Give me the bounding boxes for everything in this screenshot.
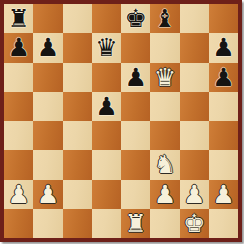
square-g2[interactable]: ♟: [180, 180, 209, 209]
square-h3[interactable]: [209, 150, 238, 179]
square-h5[interactable]: [209, 92, 238, 121]
white-pawn-piece[interactable]: ♟: [154, 180, 176, 209]
square-d5[interactable]: ♟: [92, 92, 121, 121]
square-c8[interactable]: [63, 4, 92, 33]
square-c5[interactable]: [63, 92, 92, 121]
square-a4[interactable]: [4, 121, 33, 150]
square-g5[interactable]: [180, 92, 209, 121]
black-pawn-piece[interactable]: ♟: [124, 63, 146, 92]
square-e8[interactable]: ♚: [121, 4, 150, 33]
square-b2[interactable]: ♟: [33, 180, 62, 209]
square-d7[interactable]: ♛: [92, 33, 121, 62]
square-h6[interactable]: ♟: [209, 63, 238, 92]
square-c4[interactable]: [63, 121, 92, 150]
square-g8[interactable]: [180, 4, 209, 33]
square-e5[interactable]: [121, 92, 150, 121]
square-a3[interactable]: [4, 150, 33, 179]
square-e3[interactable]: [121, 150, 150, 179]
square-a1[interactable]: [4, 209, 33, 238]
square-b6[interactable]: [33, 63, 62, 92]
square-f6[interactable]: ♛: [150, 63, 179, 92]
square-d3[interactable]: [92, 150, 121, 179]
square-f7[interactable]: [150, 33, 179, 62]
square-f8[interactable]: ♝: [150, 4, 179, 33]
white-king-piece[interactable]: ♚: [183, 209, 205, 238]
square-a8[interactable]: ♜: [4, 4, 33, 33]
white-knight-piece[interactable]: ♞: [154, 150, 176, 179]
white-pawn-piece[interactable]: ♟: [212, 180, 234, 209]
black-pawn-piece[interactable]: ♟: [95, 92, 117, 121]
square-e2[interactable]: [121, 180, 150, 209]
square-h8[interactable]: [209, 4, 238, 33]
square-e1[interactable]: ♜: [121, 209, 150, 238]
board-grid: ♜♚♝♟♟♛♟♟♛♟♟♞♟♟♟♟♟♜♚: [4, 4, 238, 238]
square-c3[interactable]: [63, 150, 92, 179]
square-e4[interactable]: [121, 121, 150, 150]
square-g7[interactable]: [180, 33, 209, 62]
white-pawn-piece[interactable]: ♟: [183, 180, 205, 209]
square-d2[interactable]: [92, 180, 121, 209]
square-c1[interactable]: [63, 209, 92, 238]
square-e7[interactable]: [121, 33, 150, 62]
black-queen-piece[interactable]: ♛: [95, 33, 117, 62]
square-h7[interactable]: ♟: [209, 33, 238, 62]
square-c7[interactable]: [63, 33, 92, 62]
black-pawn-piece[interactable]: ♟: [212, 63, 234, 92]
square-d8[interactable]: [92, 4, 121, 33]
white-queen-piece[interactable]: ♛: [154, 63, 176, 92]
square-a2[interactable]: ♟: [4, 180, 33, 209]
square-b4[interactable]: [33, 121, 62, 150]
square-b3[interactable]: [33, 150, 62, 179]
square-h2[interactable]: ♟: [209, 180, 238, 209]
square-b1[interactable]: [33, 209, 62, 238]
square-f4[interactable]: [150, 121, 179, 150]
square-f3[interactable]: ♞: [150, 150, 179, 179]
square-h4[interactable]: [209, 121, 238, 150]
black-pawn-piece[interactable]: ♟: [212, 33, 234, 62]
chess-board: ♜♚♝♟♟♛♟♟♛♟♟♞♟♟♟♟♟♜♚: [0, 0, 242, 242]
square-g4[interactable]: [180, 121, 209, 150]
square-g1[interactable]: ♚: [180, 209, 209, 238]
square-g3[interactable]: [180, 150, 209, 179]
white-pawn-piece[interactable]: ♟: [7, 180, 29, 209]
square-e6[interactable]: ♟: [121, 63, 150, 92]
square-f5[interactable]: [150, 92, 179, 121]
square-b5[interactable]: [33, 92, 62, 121]
square-c2[interactable]: [63, 180, 92, 209]
square-g6[interactable]: [180, 63, 209, 92]
square-f1[interactable]: [150, 209, 179, 238]
white-rook-piece[interactable]: ♜: [124, 209, 146, 238]
square-d1[interactable]: [92, 209, 121, 238]
square-b8[interactable]: [33, 4, 62, 33]
black-pawn-piece[interactable]: ♟: [7, 33, 29, 62]
black-bishop-piece[interactable]: ♝: [154, 4, 176, 33]
square-h1[interactable]: [209, 209, 238, 238]
black-king-piece[interactable]: ♚: [124, 4, 146, 33]
square-d6[interactable]: [92, 63, 121, 92]
square-a6[interactable]: [4, 63, 33, 92]
black-rook-piece[interactable]: ♜: [7, 4, 29, 33]
square-f2[interactable]: ♟: [150, 180, 179, 209]
square-d4[interactable]: [92, 121, 121, 150]
square-a5[interactable]: [4, 92, 33, 121]
square-b7[interactable]: ♟: [33, 33, 62, 62]
square-a7[interactable]: ♟: [4, 33, 33, 62]
black-pawn-piece[interactable]: ♟: [37, 33, 59, 62]
square-c6[interactable]: [63, 63, 92, 92]
white-pawn-piece[interactable]: ♟: [37, 180, 59, 209]
